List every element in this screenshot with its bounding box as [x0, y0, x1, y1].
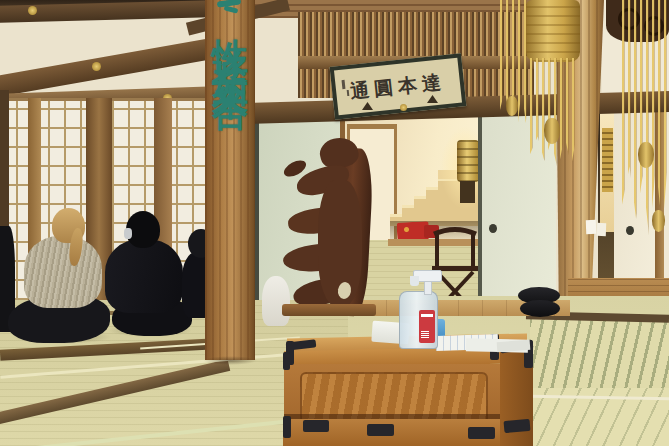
chest-iron-fitting — [283, 416, 291, 438]
woman-sweater — [24, 236, 102, 308]
altar-lantern-stand — [460, 181, 475, 203]
meditation-cushion — [520, 300, 560, 317]
sanitizer-pump-nozzle — [410, 276, 419, 286]
chest-iron-fitting — [468, 427, 495, 439]
gold-nail-ornament-icon — [28, 6, 37, 15]
gold-nail-ornament-icon — [92, 62, 101, 71]
chest-iron-fitting — [303, 420, 329, 432]
chest-iron-fitting — [504, 419, 531, 433]
chest-iron-fitting — [367, 424, 394, 436]
sanitizer-label-code-mark — [421, 330, 429, 338]
man-suit-body — [105, 239, 183, 313]
fusuma-frame — [478, 110, 482, 320]
man-face-mask — [124, 228, 132, 239]
temple-hall-scene: 通圓本達 性遂共如来合 — [0, 0, 669, 446]
gold-nail-ornament-icon — [400, 104, 407, 111]
pillar-calligraphy-text: 性遂共如来合 — [209, 10, 253, 356]
gold-hanging-lantern — [526, 0, 580, 62]
gold-pendant — [506, 96, 518, 116]
altar-lantern — [457, 140, 479, 182]
sanitizer-label-text-mark — [421, 314, 433, 317]
gold-altar-fixture — [602, 128, 613, 192]
gold-pendant — [652, 210, 665, 232]
gold-pendant — [638, 142, 654, 168]
chest-iron-fitting — [283, 352, 290, 370]
white-robed-figure — [262, 276, 290, 326]
sculpture-base-plank — [282, 304, 376, 316]
paper-notice — [597, 223, 606, 236]
tatami-weave-far — [530, 316, 669, 390]
gold-pendant — [544, 118, 560, 144]
fusuma-handle-icon — [626, 226, 634, 235]
paper-notice — [586, 220, 596, 234]
fusuma-handle-icon — [489, 224, 497, 233]
pillar-base-shadow — [203, 356, 257, 365]
